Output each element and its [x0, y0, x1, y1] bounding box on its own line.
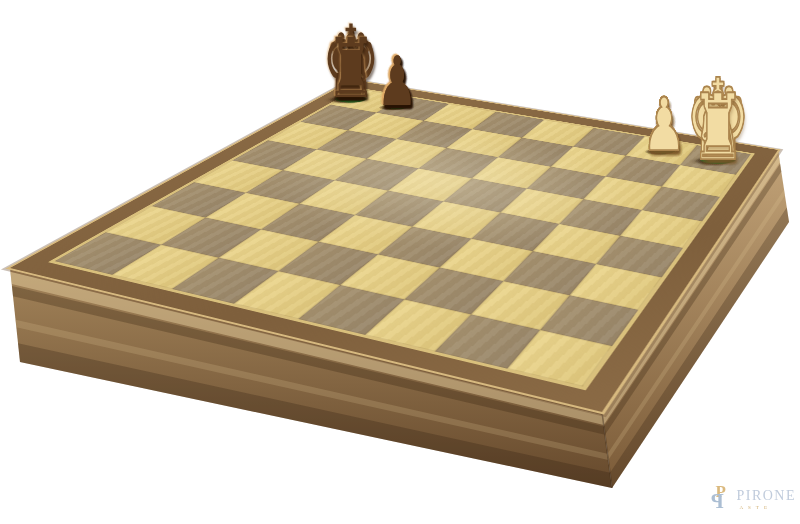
logo-monogram-blue: P: [711, 489, 724, 514]
chess-set-photo: ♜♞♝♛♚♝♞♜♟♟♟♟♟♟♟♟♟♟♟♟♟♟♟♟♜♞♝♛♚♝♞♜ P P PIR…: [0, 0, 800, 524]
watermark-name: PIRONE: [736, 488, 796, 504]
watermark: P P PIRONE ASTE: [711, 482, 796, 516]
watermark-text: PIRONE ASTE: [736, 488, 796, 510]
watermark-subtitle: ASTE: [736, 505, 796, 510]
pirone-logo-icon: P P: [711, 482, 733, 516]
